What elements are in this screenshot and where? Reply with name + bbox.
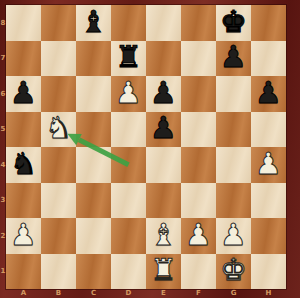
- square-d8[interactable]: [111, 5, 146, 41]
- file-label-a: A: [6, 289, 41, 298]
- square-a8[interactable]: [6, 5, 41, 41]
- piece-white-rook[interactable]: ♜: [150, 255, 177, 285]
- square-d1[interactable]: [111, 254, 146, 290]
- file-label-d: D: [111, 289, 146, 298]
- square-a6[interactable]: ♟: [6, 76, 41, 112]
- chess-board: ♝♚♜♟♟♟♟♟♞♟♞♟♟♝♟♟♜♚: [6, 5, 286, 289]
- piece-black-pawn[interactable]: ♟: [10, 78, 37, 108]
- square-f7[interactable]: [181, 41, 216, 77]
- square-g5[interactable]: [216, 112, 251, 148]
- square-h1[interactable]: [251, 254, 286, 290]
- file-label-e: E: [146, 289, 181, 298]
- square-d4[interactable]: [111, 147, 146, 183]
- piece-white-knight[interactable]: ♞: [45, 113, 72, 143]
- square-e6[interactable]: ♟: [146, 76, 181, 112]
- square-b4[interactable]: [41, 147, 76, 183]
- square-c8[interactable]: ♝: [76, 5, 111, 41]
- rank-labels: 87654321: [0, 5, 6, 289]
- piece-black-pawn[interactable]: ♟: [255, 78, 282, 108]
- square-a4[interactable]: ♞: [6, 147, 41, 183]
- square-g8[interactable]: ♚: [216, 5, 251, 41]
- square-c1[interactable]: [76, 254, 111, 290]
- square-e1[interactable]: ♜: [146, 254, 181, 290]
- rank-label-5: 5: [0, 112, 6, 148]
- square-c2[interactable]: [76, 218, 111, 254]
- square-f8[interactable]: [181, 5, 216, 41]
- square-d2[interactable]: [111, 218, 146, 254]
- piece-black-pawn[interactable]: ♟: [150, 78, 177, 108]
- square-f5[interactable]: [181, 112, 216, 148]
- square-e3[interactable]: [146, 183, 181, 219]
- square-g3[interactable]: [216, 183, 251, 219]
- square-a5[interactable]: [6, 112, 41, 148]
- square-a7[interactable]: [6, 41, 41, 77]
- piece-white-pawn[interactable]: ♟: [10, 220, 37, 250]
- file-label-c: C: [76, 289, 111, 298]
- square-g7[interactable]: ♟: [216, 41, 251, 77]
- square-d3[interactable]: [111, 183, 146, 219]
- square-f6[interactable]: [181, 76, 216, 112]
- square-e7[interactable]: [146, 41, 181, 77]
- square-f1[interactable]: [181, 254, 216, 290]
- square-g4[interactable]: [216, 147, 251, 183]
- rank-label-1: 1: [0, 254, 6, 290]
- square-h6[interactable]: ♟: [251, 76, 286, 112]
- square-b5[interactable]: ♞: [41, 112, 76, 148]
- file-label-h: H: [251, 289, 286, 298]
- piece-black-rook[interactable]: ♜: [115, 42, 142, 72]
- square-c6[interactable]: [76, 76, 111, 112]
- square-b8[interactable]: [41, 5, 76, 41]
- square-a1[interactable]: [6, 254, 41, 290]
- file-label-g: G: [216, 289, 251, 298]
- square-b7[interactable]: [41, 41, 76, 77]
- square-f4[interactable]: [181, 147, 216, 183]
- square-d6[interactable]: ♟: [111, 76, 146, 112]
- piece-black-pawn[interactable]: ♟: [150, 113, 177, 143]
- square-h5[interactable]: [251, 112, 286, 148]
- square-h2[interactable]: [251, 218, 286, 254]
- square-c3[interactable]: [76, 183, 111, 219]
- piece-black-knight[interactable]: ♞: [10, 149, 37, 179]
- square-e4[interactable]: [146, 147, 181, 183]
- square-d5[interactable]: [111, 112, 146, 148]
- chess-board-frame: 87654321 ♝♚♜♟♟♟♟♟♞♟♞♟♟♝♟♟♜♚ ABCDEFGH: [0, 0, 300, 298]
- piece-white-pawn[interactable]: ♟: [255, 149, 282, 179]
- square-h7[interactable]: [251, 41, 286, 77]
- square-g6[interactable]: [216, 76, 251, 112]
- square-g1[interactable]: ♚: [216, 254, 251, 290]
- square-b2[interactable]: [41, 218, 76, 254]
- square-e2[interactable]: ♝: [146, 218, 181, 254]
- square-h3[interactable]: [251, 183, 286, 219]
- square-e8[interactable]: [146, 5, 181, 41]
- square-e5[interactable]: ♟: [146, 112, 181, 148]
- rank-label-2: 2: [0, 218, 6, 254]
- file-labels: ABCDEFGH: [6, 289, 286, 298]
- piece-white-pawn[interactable]: ♟: [220, 220, 247, 250]
- piece-black-bishop[interactable]: ♝: [80, 7, 107, 37]
- piece-black-king[interactable]: ♚: [220, 7, 247, 37]
- square-a2[interactable]: ♟: [6, 218, 41, 254]
- square-a3[interactable]: [6, 183, 41, 219]
- piece-white-pawn[interactable]: ♟: [115, 78, 142, 108]
- rank-label-8: 8: [0, 5, 6, 41]
- square-h4[interactable]: ♟: [251, 147, 286, 183]
- square-f3[interactable]: [181, 183, 216, 219]
- square-f2[interactable]: ♟: [181, 218, 216, 254]
- square-b6[interactable]: [41, 76, 76, 112]
- square-b1[interactable]: [41, 254, 76, 290]
- file-label-b: B: [41, 289, 76, 298]
- square-g2[interactable]: ♟: [216, 218, 251, 254]
- square-d7[interactable]: ♜: [111, 41, 146, 77]
- piece-black-pawn[interactable]: ♟: [220, 42, 247, 72]
- square-c5[interactable]: [76, 112, 111, 148]
- piece-white-king[interactable]: ♚: [220, 255, 247, 285]
- rank-label-4: 4: [0, 147, 6, 183]
- rank-label-3: 3: [0, 183, 6, 219]
- rank-label-7: 7: [0, 41, 6, 77]
- piece-white-bishop[interactable]: ♝: [150, 220, 177, 250]
- rank-label-6: 6: [0, 76, 6, 112]
- square-c4[interactable]: [76, 147, 111, 183]
- square-c7[interactable]: [76, 41, 111, 77]
- file-label-f: F: [181, 289, 216, 298]
- square-h8[interactable]: [251, 5, 286, 41]
- piece-white-pawn[interactable]: ♟: [185, 220, 212, 250]
- square-b3[interactable]: [41, 183, 76, 219]
